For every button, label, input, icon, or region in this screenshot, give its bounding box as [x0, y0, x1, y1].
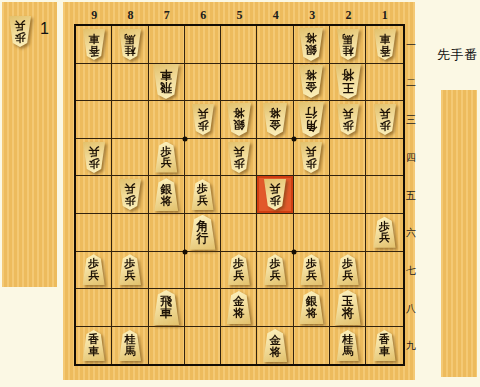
square-36[interactable] — [294, 214, 330, 252]
gote-gold-piece[interactable]: 金将 — [298, 65, 324, 98]
square-98[interactable] — [76, 289, 112, 327]
square-58[interactable]: 金将 — [221, 289, 257, 327]
square-84[interactable] — [112, 139, 148, 177]
square-77[interactable] — [149, 252, 185, 290]
rank-label-7: 七 — [405, 252, 417, 290]
star-point — [182, 249, 187, 254]
square-96[interactable] — [76, 214, 112, 252]
square-89[interactable]: 桂馬 — [112, 327, 148, 365]
square-85[interactable]: 歩兵 — [112, 176, 148, 214]
gote-pawn-piece[interactable]: 歩兵 — [336, 104, 360, 135]
rank-label-1: 一 — [405, 26, 417, 64]
square-86[interactable] — [112, 214, 148, 252]
square-62[interactable] — [185, 64, 221, 102]
sente-hand-panel — [441, 90, 477, 377]
square-26[interactable] — [330, 214, 366, 252]
square-94[interactable]: 歩兵 — [76, 139, 112, 177]
sente-king-piece[interactable]: 玉将 — [334, 290, 362, 325]
square-69[interactable] — [185, 327, 221, 365]
square-33[interactable]: 角行 — [294, 101, 330, 139]
sente-knight-piece[interactable]: 桂馬 — [336, 330, 360, 361]
square-82[interactable] — [112, 64, 148, 102]
square-88[interactable] — [112, 289, 148, 327]
square-95[interactable] — [76, 176, 112, 214]
square-81[interactable]: 桂馬 — [112, 26, 148, 64]
gote-lance-piece[interactable]: 香車 — [373, 29, 397, 60]
file-label-2: 2 — [330, 7, 366, 24]
square-11[interactable]: 香車 — [366, 26, 402, 64]
rank-label-6: 六 — [405, 214, 417, 252]
sente-rook-piece[interactable]: 飛車 — [152, 290, 180, 325]
square-59[interactable] — [221, 327, 257, 365]
square-63[interactable]: 歩兵 — [185, 101, 221, 139]
rank-label-2: 二 — [405, 64, 417, 102]
square-43[interactable]: 金将 — [257, 101, 293, 139]
file-label-6: 6 — [185, 7, 221, 24]
square-78[interactable]: 飛車 — [149, 289, 185, 327]
sente-gold-piece[interactable]: 金将 — [226, 291, 252, 324]
sente-silver-piece[interactable]: 銀将 — [298, 291, 324, 324]
gote-bishop-piece[interactable]: 角行 — [297, 102, 325, 137]
gote-pawn-piece[interactable]: 歩兵 — [227, 142, 251, 173]
square-51[interactable] — [221, 26, 257, 64]
gote-rook-piece[interactable]: 飛車 — [152, 64, 180, 99]
sente-lance-piece[interactable]: 香車 — [82, 330, 106, 361]
gote-silver-piece[interactable]: 銀将 — [298, 28, 324, 61]
square-68[interactable] — [185, 289, 221, 327]
square-57[interactable]: 歩兵 — [221, 252, 257, 290]
square-42[interactable] — [257, 64, 293, 102]
square-15[interactable] — [366, 176, 402, 214]
sente-pawn-piece[interactable]: 歩兵 — [263, 254, 287, 285]
square-14[interactable] — [366, 139, 402, 177]
rank-labels: 一二三四五六七八九 — [405, 26, 417, 365]
square-73[interactable] — [149, 101, 185, 139]
rank-label-8: 八 — [405, 290, 417, 328]
square-65[interactable]: 歩兵 — [185, 176, 221, 214]
sente-pawn-piece[interactable]: 歩兵 — [227, 254, 251, 285]
sente-pawn-piece[interactable]: 歩兵 — [154, 142, 178, 173]
file-label-8: 8 — [112, 7, 148, 24]
square-31[interactable]: 銀将 — [294, 26, 330, 64]
sente-pawn-piece[interactable]: 歩兵 — [82, 254, 106, 285]
square-64[interactable] — [185, 139, 221, 177]
square-76[interactable] — [149, 214, 185, 252]
rank-label-5: 五 — [405, 177, 417, 215]
square-56[interactable] — [221, 214, 257, 252]
square-12[interactable] — [366, 64, 402, 102]
gote-pawn-piece[interactable]: 歩兵 — [118, 179, 142, 210]
square-18[interactable] — [366, 289, 402, 327]
square-53[interactable]: 銀将 — [221, 101, 257, 139]
square-38[interactable]: 銀将 — [294, 289, 330, 327]
square-75[interactable]: 銀将 — [149, 176, 185, 214]
file-labels: 987654321 — [76, 7, 403, 24]
gote-pawn-piece[interactable]: 歩兵 — [8, 16, 32, 47]
file-label-9: 9 — [76, 7, 112, 24]
square-28[interactable]: 玉将 — [330, 289, 366, 327]
square-83[interactable] — [112, 101, 148, 139]
square-74[interactable]: 歩兵 — [149, 139, 185, 177]
square-21[interactable]: 桂馬 — [330, 26, 366, 64]
square-91[interactable]: 香車 — [76, 26, 112, 64]
file-label-7: 7 — [149, 7, 185, 24]
square-19[interactable]: 香車 — [366, 327, 402, 365]
square-71[interactable] — [149, 26, 185, 64]
square-23[interactable]: 歩兵 — [330, 101, 366, 139]
gote-king-piece[interactable]: 王将 — [334, 64, 362, 99]
square-44[interactable] — [257, 139, 293, 177]
gote-pawn-piece[interactable]: 歩兵 — [373, 104, 397, 135]
square-92[interactable] — [76, 64, 112, 102]
sente-pawn-piece[interactable]: 歩兵 — [118, 254, 142, 285]
gote-pawn-piece[interactable]: 歩兵 — [299, 142, 323, 173]
square-49[interactable]: 金将 — [257, 327, 293, 365]
sente-pawn-piece[interactable]: 歩兵 — [373, 217, 397, 248]
square-34[interactable]: 歩兵 — [294, 139, 330, 177]
square-13[interactable]: 歩兵 — [366, 101, 402, 139]
gote-hand-count: 1 — [40, 20, 49, 38]
rank-label-3: 三 — [405, 101, 417, 139]
square-99[interactable]: 香車 — [76, 327, 112, 365]
sente-pawn-piece[interactable]: 歩兵 — [299, 254, 323, 285]
sente-bishop-piece[interactable]: 角行 — [189, 215, 217, 250]
gote-pawn-piece[interactable]: 歩兵 — [191, 104, 215, 135]
square-67[interactable] — [185, 252, 221, 290]
square-54[interactable]: 歩兵 — [221, 139, 257, 177]
square-41[interactable] — [257, 26, 293, 64]
rank-label-9: 九 — [405, 327, 417, 365]
sente-pawn-piece[interactable]: 歩兵 — [336, 254, 360, 285]
square-35[interactable] — [294, 176, 330, 214]
star-point — [291, 249, 296, 254]
file-label-3: 3 — [294, 7, 330, 24]
file-label-5: 5 — [221, 7, 257, 24]
square-37[interactable]: 歩兵 — [294, 252, 330, 290]
square-47[interactable]: 歩兵 — [257, 252, 293, 290]
square-25[interactable] — [330, 176, 366, 214]
square-87[interactable]: 歩兵 — [112, 252, 148, 290]
gote-pawn-piece[interactable]: 歩兵 — [263, 179, 287, 210]
star-point — [291, 136, 296, 141]
square-61[interactable] — [185, 26, 221, 64]
square-55[interactable] — [221, 176, 257, 214]
square-27[interactable]: 歩兵 — [330, 252, 366, 290]
shogi-board-area: 987654321 一二三四五六七八九 香車桂馬銀将桂馬香車飛車金将王将歩兵銀将… — [63, 2, 415, 380]
file-label-4: 4 — [258, 7, 294, 24]
star-point — [182, 136, 187, 141]
square-66[interactable]: 角行 — [185, 214, 221, 252]
sente-pawn-piece[interactable]: 歩兵 — [191, 179, 215, 210]
gote-hand-piece-slot[interactable]: 歩兵 — [8, 16, 32, 47]
square-22[interactable]: 王将 — [330, 64, 366, 102]
gote-knight-piece[interactable]: 桂馬 — [336, 29, 360, 60]
sente-lance-piece[interactable]: 香車 — [373, 330, 397, 361]
shogi-board-frame: 香車桂馬銀将桂馬香車飛車金将王将歩兵銀将金将角行歩兵歩兵歩兵歩兵歩兵歩兵歩兵銀将… — [74, 24, 405, 366]
square-32[interactable]: 金将 — [294, 64, 330, 102]
square-29[interactable]: 桂馬 — [330, 327, 366, 365]
sente-silver-piece[interactable]: 銀将 — [153, 178, 179, 211]
gote-silver-piece[interactable]: 銀将 — [226, 103, 252, 136]
square-16[interactable]: 歩兵 — [366, 214, 402, 252]
gote-lance-piece[interactable]: 香車 — [82, 29, 106, 60]
square-52[interactable] — [221, 64, 257, 102]
square-97[interactable]: 歩兵 — [76, 252, 112, 290]
square-24[interactable] — [330, 139, 366, 177]
square-72[interactable]: 飛車 — [149, 64, 185, 102]
gote-knight-piece[interactable]: 桂馬 — [118, 29, 142, 60]
turn-indicator: 先手番 — [437, 46, 480, 64]
gote-gold-piece[interactable]: 金将 — [262, 103, 288, 136]
square-39[interactable] — [294, 327, 330, 365]
square-79[interactable] — [149, 327, 185, 365]
square-17[interactable] — [366, 252, 402, 290]
square-45-last-move[interactable]: 歩兵 — [257, 176, 293, 214]
gote-hand-panel: 歩兵 1 — [2, 2, 57, 287]
sente-knight-piece[interactable]: 桂馬 — [118, 330, 142, 361]
file-label-1: 1 — [367, 7, 403, 24]
square-93[interactable] — [76, 101, 112, 139]
square-46[interactable] — [257, 214, 293, 252]
rank-label-4: 四 — [405, 139, 417, 177]
gote-pawn-piece[interactable]: 歩兵 — [82, 142, 106, 173]
square-48[interactable] — [257, 289, 293, 327]
sente-gold-piece[interactable]: 金将 — [262, 329, 288, 362]
